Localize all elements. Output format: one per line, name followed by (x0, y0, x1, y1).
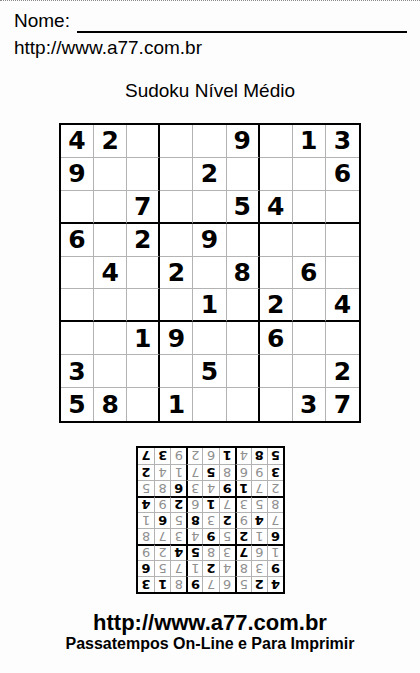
solution-cell-r5c9: 1 (138, 512, 154, 528)
cell-r5c3[interactable] (127, 257, 160, 290)
solution-cell-r7c8: 8 (154, 480, 170, 496)
solution-cell-r4c5: 9 (202, 528, 218, 544)
cell-r8c2[interactable] (94, 355, 127, 388)
site-url: http://www.a77.com.br (14, 37, 202, 59)
cell-r9c9[interactable]: 7 (326, 388, 359, 421)
cell-r8c1[interactable]: 3 (61, 355, 94, 388)
name-row: Nome: (14, 7, 407, 35)
cell-r6c7[interactable]: 2 (260, 289, 293, 322)
cell-r4c2[interactable] (94, 224, 127, 257)
solution-cell-r9c1: 5 (267, 448, 283, 464)
solution-cell-r1c9: 3 (138, 576, 154, 592)
solution-cell-r3c7: 4 (170, 544, 186, 560)
cell-r1c3[interactable] (127, 125, 160, 158)
cell-r7c9[interactable] (326, 322, 359, 355)
printable-page: Nome: http://www.a77.com.br Sudoku Nível… (0, 0, 420, 673)
solution-cell-r7c4: 9 (219, 480, 235, 496)
solution-cell-r9c5: 6 (202, 448, 218, 464)
cell-r6c4[interactable] (160, 289, 193, 322)
cell-r6c9[interactable]: 4 (326, 289, 359, 322)
solution-cell-r8c8: 4 (154, 464, 170, 480)
cell-r9c2[interactable]: 8 (94, 388, 127, 421)
solution-cell-r2c4: 4 (219, 560, 235, 576)
solution-cell-r9c8: 3 (154, 448, 170, 464)
cell-r1c6[interactable]: 9 (227, 125, 260, 158)
solution-cell-r1c5: 7 (202, 576, 218, 592)
solution-cell-r1c3: 5 (235, 576, 251, 592)
cell-r5c4[interactable]: 2 (160, 257, 193, 290)
solution-cell-r7c6: 3 (186, 480, 202, 496)
footer-tagline: Passatempos On-Line e Para Imprimir (0, 635, 420, 653)
solution-cell-r9c6: 2 (186, 448, 202, 464)
solution-cell-r5c5: 3 (202, 512, 218, 528)
cell-r1c4[interactable] (160, 125, 193, 158)
cell-r9c3[interactable] (127, 388, 160, 421)
cell-r3c8[interactable] (293, 191, 326, 224)
cell-r9c6[interactable] (227, 388, 260, 421)
cell-r7c1[interactable] (61, 322, 94, 355)
solution-cell-r1c8: 1 (154, 576, 170, 592)
cell-r6c3[interactable] (127, 289, 160, 322)
solution-cell-r1c4: 6 (219, 576, 235, 592)
cell-r8c7[interactable] (260, 355, 293, 388)
solution-cell-r4c9: 8 (138, 528, 154, 544)
cell-r3c6[interactable]: 5 (227, 191, 260, 224)
solution-cell-r7c1: 2 (267, 480, 283, 496)
solution-cell-r2c3: 8 (235, 560, 251, 576)
cell-r9c5[interactable] (193, 388, 226, 421)
solution-cell-r3c2: 6 (251, 544, 267, 560)
cell-r8c9[interactable]: 2 (326, 355, 359, 388)
cell-r1c8[interactable]: 1 (293, 125, 326, 158)
cell-r4c9[interactable] (326, 224, 359, 257)
solution-cell-r5c4: 2 (219, 512, 235, 528)
solution-cell-r6c1: 8 (267, 496, 283, 512)
cell-r6c5[interactable]: 1 (193, 289, 226, 322)
cell-r8c3[interactable] (127, 355, 160, 388)
solution-cell-r6c2: 5 (251, 496, 267, 512)
cell-r5c9[interactable] (326, 257, 359, 290)
solution-cell-r8c7: 1 (170, 464, 186, 480)
solution-cell-r6c4: 7 (219, 496, 235, 512)
solution-cell-r5c2: 4 (251, 512, 267, 528)
cell-r4c3[interactable]: 2 (127, 224, 160, 257)
solution-cell-r8c1: 3 (267, 464, 283, 480)
solution-cell-r7c2: 7 (251, 480, 267, 496)
cell-r2c2[interactable] (94, 158, 127, 191)
cell-r1c5[interactable] (193, 125, 226, 158)
solution-cell-r6c3: 3 (235, 496, 251, 512)
solution-cell-r3c4: 3 (219, 544, 235, 560)
solution-cell-r1c6: 9 (186, 576, 202, 592)
solution-cell-r5c7: 5 (170, 512, 186, 528)
cell-r7c4[interactable]: 9 (160, 322, 193, 355)
solution-cell-r1c1: 4 (267, 576, 283, 592)
cell-r6c2[interactable] (94, 289, 127, 322)
cell-r1c7[interactable] (260, 125, 293, 158)
cell-r8c6[interactable] (227, 355, 260, 388)
solution-cell-r6c6: 6 (186, 496, 202, 512)
cell-r3c5[interactable] (193, 191, 226, 224)
solution-cell-r2c8: 5 (154, 560, 170, 576)
cell-r7c2[interactable] (94, 322, 127, 355)
solution-cell-r9c3: 4 (235, 448, 251, 464)
cell-r2c1[interactable]: 9 (61, 158, 94, 191)
cell-r5c2[interactable]: 4 (94, 257, 127, 290)
cell-r4c8[interactable] (293, 224, 326, 257)
cell-r9c8[interactable]: 3 (293, 388, 326, 421)
cell-r2c3[interactable] (127, 158, 160, 191)
cell-r8c4[interactable] (160, 355, 193, 388)
cell-r8c5[interactable]: 5 (193, 355, 226, 388)
solution-cell-r6c8: 9 (154, 496, 170, 512)
cell-r2c8[interactable] (293, 158, 326, 191)
solution-cell-r8c6: 7 (186, 464, 202, 480)
cell-r7c8[interactable] (293, 322, 326, 355)
solution-grid: 4256798139384217561673854296125943787492… (136, 446, 285, 594)
cell-r1c2[interactable]: 2 (94, 125, 127, 158)
solution-cell-r4c2: 1 (251, 528, 267, 544)
solution-cell-r2c5: 2 (202, 560, 218, 576)
solution-cell-r4c1: 6 (267, 528, 283, 544)
solution-cell-r7c7: 6 (170, 480, 186, 496)
solution-cell-r4c4: 5 (219, 528, 235, 544)
cell-r3c1[interactable] (61, 191, 94, 224)
cell-r2c7[interactable] (260, 158, 293, 191)
cell-r9c4[interactable]: 1 (160, 388, 193, 421)
cell-r3c9[interactable] (326, 191, 359, 224)
cell-r2c4[interactable] (160, 158, 193, 191)
solution-cell-r2c7: 7 (170, 560, 186, 576)
sudoku-grid: 42913926754629428612419635258137 (59, 123, 361, 423)
solution-cell-r8c9: 2 (138, 464, 154, 480)
cell-r4c5[interactable]: 9 (193, 224, 226, 257)
solution-cell-r4c8: 7 (154, 528, 170, 544)
solution-cell-r5c3: 9 (235, 512, 251, 528)
cell-r8c8[interactable] (293, 355, 326, 388)
cell-r5c5[interactable] (193, 257, 226, 290)
cell-r2c5[interactable]: 2 (193, 158, 226, 191)
solution-cell-r4c7: 3 (170, 528, 186, 544)
solution-cell-r2c2: 3 (251, 560, 267, 576)
solution-cell-r2c1: 9 (267, 560, 283, 576)
cell-r7c7[interactable]: 6 (260, 322, 293, 355)
cell-r6c1[interactable] (61, 289, 94, 322)
cell-r1c9[interactable]: 3 (326, 125, 359, 158)
solution-cell-r3c5: 8 (202, 544, 218, 560)
cell-r4c7[interactable] (260, 224, 293, 257)
name-label: Nome: (14, 7, 70, 35)
solution-cell-r4c6: 4 (186, 528, 202, 544)
solution-cell-r3c8: 2 (154, 544, 170, 560)
cell-r9c1[interactable]: 5 (61, 388, 94, 421)
cell-r4c6[interactable] (227, 224, 260, 257)
solution-cell-r3c9: 9 (138, 544, 154, 560)
cell-r3c3[interactable]: 7 (127, 191, 160, 224)
solution-cell-r3c1: 1 (267, 544, 283, 560)
solution-cell-r5c1: 7 (267, 512, 283, 528)
page-title: Sudoku Nível Médio (0, 80, 420, 102)
solution-cell-r6c7: 2 (170, 496, 186, 512)
cell-r4c4[interactable] (160, 224, 193, 257)
solution-cell-r1c2: 2 (251, 576, 267, 592)
solution-cell-r9c7: 9 (170, 448, 186, 464)
solution-cell-r9c9: 7 (138, 448, 154, 464)
cell-r3c4[interactable] (160, 191, 193, 224)
solution-cell-r2c6: 1 (186, 560, 202, 576)
solution-cell-r9c2: 8 (251, 448, 267, 464)
solution-cell-r5c8: 6 (154, 512, 170, 528)
solution-cell-r3c6: 5 (186, 544, 202, 560)
solution-cell-r9c4: 1 (219, 448, 235, 464)
cell-r5c7[interactable] (260, 257, 293, 290)
solution-cell-r8c2: 9 (251, 464, 267, 480)
solution-cell-r3c3: 7 (235, 544, 251, 560)
cell-r5c1[interactable] (61, 257, 94, 290)
footer-url: http://www.a77.com.br (0, 610, 420, 636)
solution-cell-r8c4: 8 (219, 464, 235, 480)
name-blank-line (77, 31, 407, 33)
solution-cell-r4c3: 2 (235, 528, 251, 544)
solution-cell-r7c3: 1 (235, 480, 251, 496)
solution-cell-r2c9: 6 (138, 560, 154, 576)
cell-r5c6[interactable]: 8 (227, 257, 260, 290)
cell-r6c6[interactable] (227, 289, 260, 322)
cell-r3c7[interactable]: 4 (260, 191, 293, 224)
solution-cell-r8c3: 6 (235, 464, 251, 480)
cell-r4c1[interactable]: 6 (61, 224, 94, 257)
solution-cell-r1c7: 8 (170, 576, 186, 592)
solution-cell-r6c9: 4 (138, 496, 154, 512)
cell-r6c8[interactable] (293, 289, 326, 322)
cell-r7c6[interactable] (227, 322, 260, 355)
cell-r9c7[interactable] (260, 388, 293, 421)
solution-cell-r5c6: 8 (186, 512, 202, 528)
solution-cell-r6c5: 1 (202, 496, 218, 512)
cell-r5c8[interactable]: 6 (293, 257, 326, 290)
cell-r2c9[interactable]: 6 (326, 158, 359, 191)
solution-cell-r7c9: 5 (138, 480, 154, 496)
solution-cell-r8c5: 5 (202, 464, 218, 480)
cell-r2c6[interactable] (227, 158, 260, 191)
cell-r3c2[interactable] (94, 191, 127, 224)
cell-r7c5[interactable] (193, 322, 226, 355)
solution-cell-r7c5: 4 (202, 480, 218, 496)
cell-r7c3[interactable]: 1 (127, 322, 160, 355)
cell-r1c1[interactable]: 4 (61, 125, 94, 158)
